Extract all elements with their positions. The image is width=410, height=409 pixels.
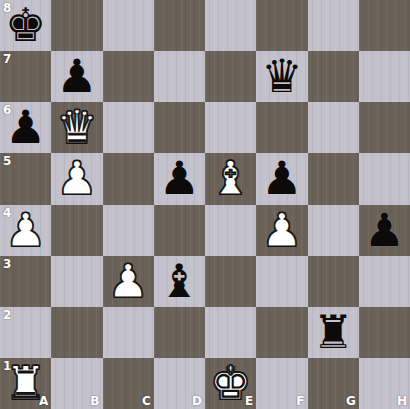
square-d1[interactable]: D [154, 358, 205, 409]
square-c4[interactable] [103, 205, 154, 256]
rank-label-8: 8 [3, 1, 11, 15]
black-pawn-b7[interactable]: ♟ [56, 51, 97, 102]
rank-label-1: 1 [3, 359, 11, 373]
square-g6[interactable] [308, 102, 359, 153]
rank-label-3: 3 [3, 257, 11, 271]
square-f6[interactable] [256, 102, 307, 153]
rank-label-6: 6 [3, 103, 11, 117]
square-c1[interactable]: C [103, 358, 154, 409]
square-b8[interactable] [51, 0, 102, 51]
square-h2[interactable] [359, 307, 410, 358]
file-label-E: E [245, 394, 253, 408]
square-a1[interactable]: 1A♜ [0, 358, 51, 409]
square-f4[interactable]: ♟ [256, 205, 307, 256]
square-b6[interactable]: ♛ [51, 102, 102, 153]
square-e7[interactable] [205, 51, 256, 102]
square-a5[interactable]: 5 [0, 153, 51, 204]
square-b2[interactable] [51, 307, 102, 358]
square-g2[interactable]: ♜ [308, 307, 359, 358]
rank-label-5: 5 [3, 154, 11, 168]
white-queen-b6[interactable]: ♛ [56, 102, 97, 153]
square-f8[interactable] [256, 0, 307, 51]
square-g5[interactable] [308, 153, 359, 204]
square-d5[interactable]: ♟ [154, 153, 205, 204]
rank-label-7: 7 [3, 52, 11, 66]
square-c5[interactable] [103, 153, 154, 204]
file-label-H: H [397, 394, 407, 408]
black-pawn-d5[interactable]: ♟ [159, 153, 200, 204]
square-e2[interactable] [205, 307, 256, 358]
square-b4[interactable] [51, 205, 102, 256]
square-a7[interactable]: 7 [0, 51, 51, 102]
square-c3[interactable]: ♟ [103, 256, 154, 307]
square-a6[interactable]: 6♟ [0, 102, 51, 153]
square-b5[interactable]: ♟ [51, 153, 102, 204]
square-d4[interactable] [154, 205, 205, 256]
file-label-C: C [142, 394, 151, 408]
square-a2[interactable]: 2 [0, 307, 51, 358]
square-c2[interactable] [103, 307, 154, 358]
square-g4[interactable] [308, 205, 359, 256]
square-b7[interactable]: ♟ [51, 51, 102, 102]
file-label-B: B [90, 394, 99, 408]
square-c7[interactable] [103, 51, 154, 102]
square-h3[interactable] [359, 256, 410, 307]
square-e8[interactable] [205, 0, 256, 51]
square-f2[interactable] [256, 307, 307, 358]
square-a8[interactable]: 8♚ [0, 0, 51, 51]
square-c6[interactable] [103, 102, 154, 153]
square-h6[interactable] [359, 102, 410, 153]
black-pawn-f5[interactable]: ♟ [261, 153, 302, 204]
square-d6[interactable] [154, 102, 205, 153]
square-d7[interactable] [154, 51, 205, 102]
square-a4[interactable]: 4♟ [0, 205, 51, 256]
square-g7[interactable] [308, 51, 359, 102]
chess-board: 8♚7♟♛6♟♛5♟♟♝♟4♟♟♟3♟♝2♜1A♜BCDE♚FGH [0, 0, 410, 409]
square-d3[interactable]: ♝ [154, 256, 205, 307]
square-e5[interactable]: ♝ [205, 153, 256, 204]
file-label-A: A [39, 394, 48, 408]
rank-label-4: 4 [3, 206, 11, 220]
square-h5[interactable] [359, 153, 410, 204]
white-pawn-b5[interactable]: ♟ [56, 153, 97, 204]
black-queen-f7[interactable]: ♛ [261, 51, 302, 102]
square-e3[interactable] [205, 256, 256, 307]
square-a3[interactable]: 3 [0, 256, 51, 307]
square-f5[interactable]: ♟ [256, 153, 307, 204]
file-label-F: F [296, 394, 304, 408]
square-f7[interactable]: ♛ [256, 51, 307, 102]
white-pawn-f4[interactable]: ♟ [261, 205, 302, 256]
black-rook-g2[interactable]: ♜ [313, 307, 354, 358]
white-pawn-c3[interactable]: ♟ [108, 256, 149, 307]
square-e4[interactable] [205, 205, 256, 256]
square-h8[interactable] [359, 0, 410, 51]
square-f1[interactable]: F [256, 358, 307, 409]
square-h4[interactable]: ♟ [359, 205, 410, 256]
square-h7[interactable] [359, 51, 410, 102]
file-label-G: G [346, 394, 356, 408]
square-d8[interactable] [154, 0, 205, 51]
square-b1[interactable]: B [51, 358, 102, 409]
square-h1[interactable]: H [359, 358, 410, 409]
black-pawn-h4[interactable]: ♟ [364, 205, 405, 256]
square-g1[interactable]: G [308, 358, 359, 409]
square-e1[interactable]: E♚ [205, 358, 256, 409]
square-g3[interactable] [308, 256, 359, 307]
black-bishop-d3[interactable]: ♝ [159, 256, 200, 307]
square-c8[interactable] [103, 0, 154, 51]
square-f3[interactable] [256, 256, 307, 307]
file-label-D: D [192, 394, 202, 408]
square-e6[interactable] [205, 102, 256, 153]
rank-label-2: 2 [3, 308, 11, 322]
white-bishop-e5[interactable]: ♝ [210, 153, 251, 204]
square-b3[interactable] [51, 256, 102, 307]
square-d2[interactable] [154, 307, 205, 358]
square-g8[interactable] [308, 0, 359, 51]
